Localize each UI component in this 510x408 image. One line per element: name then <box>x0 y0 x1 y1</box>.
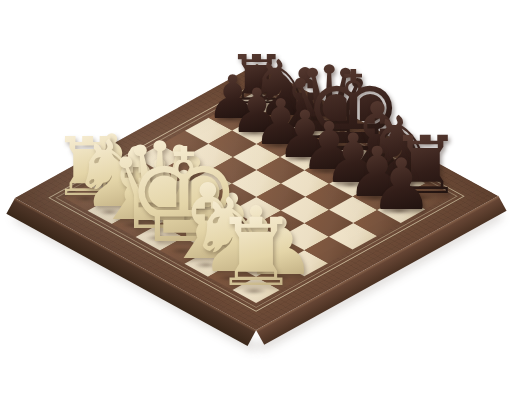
chess-set-photo: ♜♞♟♝♟♛♟♚♟♝♟♞♟♟♜♟♟♜♟♟♞♟♝♟♛♟♚♟♝♟♞♜ <box>0 0 510 408</box>
chess-board <box>15 64 498 330</box>
